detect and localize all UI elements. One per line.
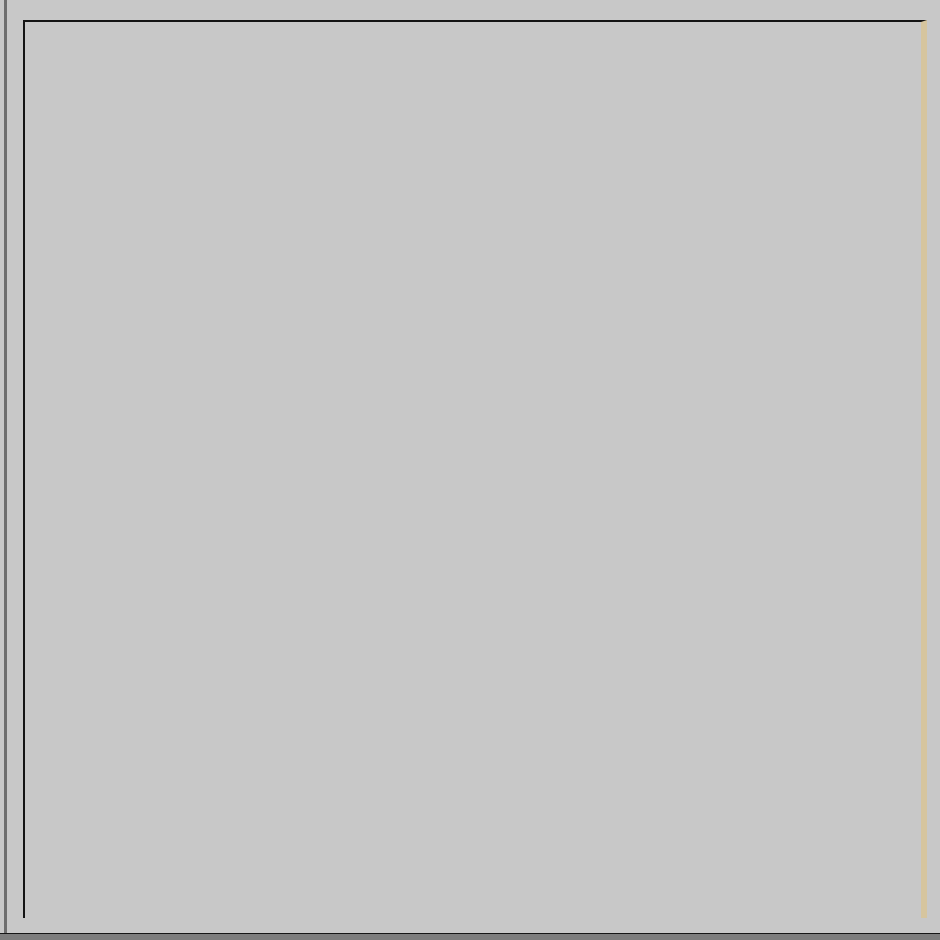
board-frame	[23, 20, 927, 918]
window-left-border	[4, 0, 7, 933]
window-bottom-border	[0, 933, 940, 940]
chess-board	[25, 22, 921, 918]
